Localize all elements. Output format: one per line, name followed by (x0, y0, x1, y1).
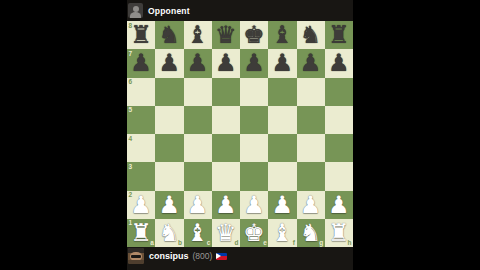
player-rating: (800) (193, 251, 213, 261)
square-g8[interactable]: ♞ (297, 21, 325, 49)
square-h1[interactable]: h♜ (325, 219, 353, 247)
square-h4[interactable] (325, 134, 353, 162)
square-c6[interactable] (184, 78, 212, 106)
square-h7[interactable]: ♟ (325, 49, 353, 77)
square-a3[interactable]: 3 (127, 162, 155, 190)
square-e3[interactable] (240, 162, 268, 190)
piece-black-rook[interactable]: ♜ (127, 21, 155, 49)
piece-white-pawn[interactable]: ♟ (297, 191, 325, 219)
square-e2[interactable]: ♟ (240, 191, 268, 219)
piece-black-pawn[interactable]: ♟ (325, 49, 353, 77)
piece-white-bishop[interactable]: ♝ (184, 219, 212, 247)
square-b6[interactable] (155, 78, 183, 106)
square-c7[interactable]: ♟ (184, 49, 212, 77)
square-d5[interactable] (212, 106, 240, 134)
chess-board: 8♜♞♝♛♚♝♞♜7♟♟♟♟♟♟♟♟65432♟♟♟♟♟♟♟♟1a♜b♞c♝d♛… (127, 21, 353, 247)
piece-black-bishop[interactable]: ♝ (268, 21, 296, 49)
piece-white-pawn[interactable]: ♟ (212, 191, 240, 219)
square-h8[interactable]: ♜ (325, 21, 353, 49)
piece-white-bishop[interactable]: ♝ (268, 219, 296, 247)
square-f5[interactable] (268, 106, 296, 134)
square-d7[interactable]: ♟ (212, 49, 240, 77)
square-b4[interactable] (155, 134, 183, 162)
square-f1[interactable]: f♝ (268, 219, 296, 247)
square-h5[interactable] (325, 106, 353, 134)
square-h6[interactable] (325, 78, 353, 106)
piece-black-pawn[interactable]: ♟ (127, 49, 155, 77)
square-b3[interactable] (155, 162, 183, 190)
rank-label: 3 (129, 164, 133, 171)
square-g1[interactable]: g♞ (297, 219, 325, 247)
piece-black-pawn[interactable]: ♟ (212, 49, 240, 77)
player-bar: consipus (800) (127, 247, 353, 270)
piece-white-rook[interactable]: ♜ (325, 219, 353, 247)
square-e1[interactable]: e♚ (240, 219, 268, 247)
piece-white-pawn[interactable]: ♟ (325, 191, 353, 219)
square-g7[interactable]: ♟ (297, 49, 325, 77)
square-g5[interactable] (297, 106, 325, 134)
square-b1[interactable]: b♞ (155, 219, 183, 247)
piece-white-rook[interactable]: ♜ (127, 219, 155, 247)
square-d4[interactable] (212, 134, 240, 162)
square-a1[interactable]: 1a♜ (127, 219, 155, 247)
square-a5[interactable]: 5 (127, 106, 155, 134)
default-person-avatar-icon (130, 12, 141, 18)
piece-black-king[interactable]: ♚ (240, 21, 268, 49)
square-a2[interactable]: 2♟ (127, 191, 155, 219)
square-b7[interactable]: ♟ (155, 49, 183, 77)
piece-black-pawn[interactable]: ♟ (268, 49, 296, 77)
square-a6[interactable]: 6 (127, 78, 155, 106)
piece-white-knight[interactable]: ♞ (297, 219, 325, 247)
player-avatar[interactable] (128, 248, 144, 264)
piece-black-pawn[interactable]: ♟ (297, 49, 325, 77)
rank-label: 6 (129, 79, 133, 86)
piece-black-rook[interactable]: ♜ (325, 21, 353, 49)
opponent-avatar[interactable] (128, 3, 143, 18)
square-f6[interactable] (268, 78, 296, 106)
piece-white-king[interactable]: ♚ (240, 219, 268, 247)
square-b8[interactable]: ♞ (155, 21, 183, 49)
square-g6[interactable] (297, 78, 325, 106)
square-a8[interactable]: 8♜ (127, 21, 155, 49)
square-f3[interactable] (268, 162, 296, 190)
player-name: consipus (149, 251, 189, 261)
piece-black-knight[interactable]: ♞ (155, 21, 183, 49)
square-c3[interactable] (184, 162, 212, 190)
rank-label: 5 (129, 107, 133, 114)
photo-avatar-icon (131, 255, 141, 258)
square-g2[interactable]: ♟ (297, 191, 325, 219)
piece-white-queen[interactable]: ♛ (212, 219, 240, 247)
square-d3[interactable] (212, 162, 240, 190)
square-f7[interactable]: ♟ (268, 49, 296, 77)
photo-avatar-icon (128, 260, 144, 264)
square-f4[interactable] (268, 134, 296, 162)
square-a7[interactable]: 7♟ (127, 49, 155, 77)
square-h2[interactable]: ♟ (325, 191, 353, 219)
default-person-avatar-icon (133, 6, 139, 12)
piece-black-pawn[interactable]: ♟ (155, 49, 183, 77)
square-e5[interactable] (240, 106, 268, 134)
piece-black-queen[interactable]: ♛ (212, 21, 240, 49)
piece-white-pawn[interactable]: ♟ (240, 191, 268, 219)
piece-white-pawn[interactable]: ♟ (268, 191, 296, 219)
piece-black-bishop[interactable]: ♝ (184, 21, 212, 49)
square-c2[interactable]: ♟ (184, 191, 212, 219)
square-c1[interactable]: c♝ (184, 219, 212, 247)
square-c5[interactable] (184, 106, 212, 134)
square-a4[interactable]: 4 (127, 134, 155, 162)
square-c4[interactable] (184, 134, 212, 162)
piece-black-knight[interactable]: ♞ (297, 21, 325, 49)
square-d1[interactable]: d♛ (212, 219, 240, 247)
square-f8[interactable]: ♝ (268, 21, 296, 49)
square-c8[interactable]: ♝ (184, 21, 212, 49)
square-e6[interactable] (240, 78, 268, 106)
square-d6[interactable] (212, 78, 240, 106)
square-b2[interactable]: ♟ (155, 191, 183, 219)
square-g3[interactable] (297, 162, 325, 190)
square-d8[interactable]: ♛ (212, 21, 240, 49)
piece-white-knight[interactable]: ♞ (155, 219, 183, 247)
square-e7[interactable]: ♟ (240, 49, 268, 77)
player-info: consipus (800) (149, 251, 227, 261)
rank-label: 4 (129, 136, 133, 143)
piece-black-pawn[interactable]: ♟ (184, 49, 212, 77)
square-g4[interactable] (297, 134, 325, 162)
piece-black-pawn[interactable]: ♟ (240, 49, 268, 77)
square-f2[interactable]: ♟ (268, 191, 296, 219)
philippines-flag-icon (216, 253, 227, 260)
piece-white-pawn[interactable]: ♟ (155, 191, 183, 219)
square-e8[interactable]: ♚ (240, 21, 268, 49)
square-h3[interactable] (325, 162, 353, 190)
square-d2[interactable]: ♟ (212, 191, 240, 219)
chess-app-screen: Opponent 8♜♞♝♛♚♝♞♜7♟♟♟♟♟♟♟♟65432♟♟♟♟♟♟♟♟… (127, 0, 353, 270)
square-e4[interactable] (240, 134, 268, 162)
piece-white-pawn[interactable]: ♟ (127, 191, 155, 219)
opponent-name: Opponent (148, 6, 190, 16)
video-frame: Opponent 8♜♞♝♛♚♝♞♜7♟♟♟♟♟♟♟♟65432♟♟♟♟♟♟♟♟… (0, 0, 480, 270)
square-b5[interactable] (155, 106, 183, 134)
piece-white-pawn[interactable]: ♟ (184, 191, 212, 219)
opponent-bar: Opponent (127, 0, 353, 21)
